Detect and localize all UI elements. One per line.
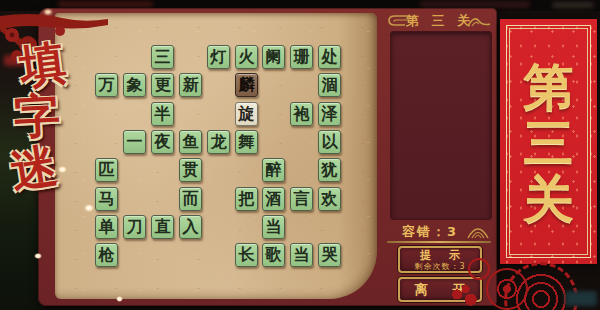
board-tile[interactable]: 匹 <box>95 158 118 182</box>
board-tile[interactable]: 长 <box>235 243 258 267</box>
board-tile[interactable]: 灯 <box>207 45 230 69</box>
board-tile[interactable]: 三 <box>151 45 174 69</box>
board-tile[interactable]: 言 <box>290 187 313 211</box>
butterfly-effect <box>84 204 94 212</box>
board-tile[interactable]: 舞 <box>235 130 258 154</box>
board-tile[interactable]: 哭 <box>318 243 341 267</box>
board-tile[interactable]: 处 <box>318 45 341 69</box>
game-title-char: 字 <box>3 89 72 143</box>
banner-char: 第 <box>500 59 597 115</box>
header-ornament-right-icon <box>466 13 492 28</box>
butterfly-effect <box>58 166 67 173</box>
board-tile[interactable]: 刀 <box>123 215 146 239</box>
board-tile[interactable]: 当 <box>290 243 313 267</box>
board-tile[interactable]: 酒 <box>262 187 285 211</box>
board-tile[interactable]: 涸 <box>318 73 341 97</box>
board-tile[interactable]: 单 <box>95 215 118 239</box>
board-tile[interactable]: 马 <box>95 187 118 211</box>
board-tile[interactable]: 象 <box>123 73 146 97</box>
papercut-blossom-decoration <box>447 284 481 310</box>
board-tile[interactable]: 麟 <box>235 73 258 97</box>
board-tile[interactable]: 万 <box>95 73 118 97</box>
butterfly-effect <box>116 296 123 302</box>
error-tolerance: 容错：3 <box>402 223 458 241</box>
level-banner: 第 三 关 <box>500 19 597 264</box>
background-blur-blob <box>565 291 597 306</box>
error-tolerance-label: 容错： <box>402 224 447 239</box>
board-tile[interactable]: 鱼 <box>179 130 202 154</box>
word-clue-list-panel <box>390 31 492 220</box>
board-tile[interactable]: 袍 <box>290 102 313 126</box>
board-tile[interactable]: 歌 <box>262 243 285 267</box>
board-tile[interactable]: 贯 <box>179 158 202 182</box>
board-tile[interactable]: 当 <box>262 215 285 239</box>
board-tile[interactable]: 阑 <box>262 45 285 69</box>
game-title-char: 填 <box>7 36 79 95</box>
board-tile[interactable]: 夜 <box>151 130 174 154</box>
background-blur-blob <box>58 1 153 8</box>
board-tile[interactable]: 而 <box>179 187 202 211</box>
board-tile[interactable]: 新 <box>179 73 202 97</box>
error-tolerance-value: 3 <box>447 224 458 239</box>
board-tile[interactable]: 直 <box>151 215 174 239</box>
sparkle-effect <box>42 8 54 16</box>
board-tile[interactable]: 以 <box>318 130 341 154</box>
banner-char: 三 <box>500 115 597 171</box>
board-tile[interactable]: 一 <box>123 130 146 154</box>
background-blur-blob <box>420 1 530 8</box>
board-tile[interactable]: 更 <box>151 73 174 97</box>
board-tile[interactable]: 龙 <box>207 130 230 154</box>
hint-button-label: 提 示 <box>400 250 480 262</box>
board-tile[interactable]: 枪 <box>95 243 118 267</box>
board-tile[interactable]: 犹 <box>318 158 341 182</box>
board-tile[interactable]: 旋 <box>235 102 258 126</box>
butterfly-effect <box>34 253 42 259</box>
background-blur-blob <box>552 2 594 8</box>
papercut-ring-decoration <box>468 258 490 280</box>
hint-remaining-value: 3 <box>459 262 465 271</box>
board-tile[interactable]: 把 <box>235 187 258 211</box>
board-tile[interactable]: 醉 <box>262 158 285 182</box>
board-tile[interactable]: 半 <box>151 102 174 126</box>
board-tile[interactable]: 火 <box>235 45 258 69</box>
gold-divider <box>387 241 491 243</box>
board-tile[interactable]: 珊 <box>290 45 313 69</box>
board-tile[interactable]: 欢 <box>318 187 341 211</box>
banner-level-text: 第 三 关 <box>500 59 597 227</box>
banner-char: 关 <box>500 171 597 227</box>
tolerance-ornament-icon <box>466 226 490 239</box>
board-tile[interactable]: 泽 <box>318 102 341 126</box>
hint-remaining-label: 剩余次数： <box>414 262 459 271</box>
board-tile[interactable]: 入 <box>179 215 202 239</box>
